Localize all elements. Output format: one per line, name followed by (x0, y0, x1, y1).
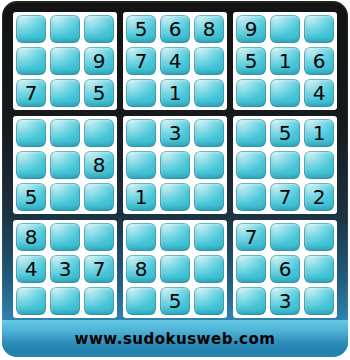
cell-r4c4[interactable] (126, 119, 156, 147)
box-2-2: 31 (123, 116, 227, 214)
cell-r4c1[interactable] (16, 119, 46, 147)
cell-r2c3[interactable]: 9 (84, 47, 114, 75)
cell-r8c6[interactable] (194, 255, 224, 283)
cell-r2c9[interactable]: 6 (304, 47, 334, 75)
cell-r9c9[interactable] (304, 287, 334, 315)
board-frame: 9755687419516485315172843785763 www.sudo… (2, 1, 348, 357)
cell-r1c4[interactable]: 5 (126, 15, 156, 43)
box-3-3: 763 (233, 220, 337, 318)
cell-r2c6[interactable] (194, 47, 224, 75)
footer-band: www.sudokusweb.com (2, 320, 348, 357)
cell-r2c7[interactable]: 5 (236, 47, 266, 75)
cell-r9c3[interactable] (84, 287, 114, 315)
cell-r9c4[interactable] (126, 287, 156, 315)
cell-r2c5[interactable]: 4 (160, 47, 190, 75)
cell-r8c2[interactable]: 3 (50, 255, 80, 283)
cell-r6c4[interactable]: 1 (126, 183, 156, 211)
cell-r6c8[interactable]: 7 (270, 183, 300, 211)
box-1-2: 568741 (123, 12, 227, 110)
cell-r3c5[interactable]: 1 (160, 79, 190, 107)
website-link[interactable]: www.sudokusweb.com (75, 330, 276, 348)
cell-r4c7[interactable] (236, 119, 266, 147)
cell-r6c2[interactable] (50, 183, 80, 211)
cell-r5c6[interactable] (194, 151, 224, 179)
cell-r9c2[interactable] (50, 287, 80, 315)
cell-r1c8[interactable] (270, 15, 300, 43)
cell-r6c5[interactable] (160, 183, 190, 211)
cell-r3c7[interactable] (236, 79, 266, 107)
box-2-1: 85 (13, 116, 117, 214)
cell-r4c2[interactable] (50, 119, 80, 147)
cell-r8c3[interactable]: 7 (84, 255, 114, 283)
cell-r6c9[interactable]: 2 (304, 183, 334, 211)
cell-r5c2[interactable] (50, 151, 80, 179)
cell-r8c5[interactable] (160, 255, 190, 283)
cell-r5c7[interactable] (236, 151, 266, 179)
box-3-2: 85 (123, 220, 227, 318)
cell-r4c9[interactable]: 1 (304, 119, 334, 147)
cell-r3c2[interactable] (50, 79, 80, 107)
cell-r7c5[interactable] (160, 223, 190, 251)
cell-r4c8[interactable]: 5 (270, 119, 300, 147)
cell-r6c3[interactable] (84, 183, 114, 211)
cell-r7c1[interactable]: 8 (16, 223, 46, 251)
sudoku-app: 9755687419516485315172843785763 www.sudo… (0, 0, 350, 360)
cell-r3c1[interactable]: 7 (16, 79, 46, 107)
cell-r5c5[interactable] (160, 151, 190, 179)
cell-r7c7[interactable]: 7 (236, 223, 266, 251)
cell-r7c9[interactable] (304, 223, 334, 251)
cell-r8c1[interactable]: 4 (16, 255, 46, 283)
cell-r6c6[interactable] (194, 183, 224, 211)
cell-r8c7[interactable] (236, 255, 266, 283)
box-1-3: 95164 (233, 12, 337, 110)
cell-r4c6[interactable] (194, 119, 224, 147)
cell-r7c2[interactable] (50, 223, 80, 251)
cell-r3c8[interactable] (270, 79, 300, 107)
cell-r9c5[interactable]: 5 (160, 287, 190, 315)
cell-r6c7[interactable] (236, 183, 266, 211)
cell-r1c9[interactable] (304, 15, 334, 43)
cell-r7c4[interactable] (126, 223, 156, 251)
cell-r5c3[interactable]: 8 (84, 151, 114, 179)
cell-r4c5[interactable]: 3 (160, 119, 190, 147)
cell-r8c9[interactable] (304, 255, 334, 283)
cell-r1c1[interactable] (16, 15, 46, 43)
cell-r9c6[interactable] (194, 287, 224, 315)
cell-r4c3[interactable] (84, 119, 114, 147)
cell-r3c3[interactable]: 5 (84, 79, 114, 107)
cell-r1c2[interactable] (50, 15, 80, 43)
cell-r2c1[interactable] (16, 47, 46, 75)
cell-r7c3[interactable] (84, 223, 114, 251)
cell-r1c3[interactable] (84, 15, 114, 43)
cell-r2c4[interactable]: 7 (126, 47, 156, 75)
cell-r9c8[interactable]: 3 (270, 287, 300, 315)
cell-r8c8[interactable]: 6 (270, 255, 300, 283)
cell-r2c2[interactable] (50, 47, 80, 75)
box-1-1: 975 (13, 12, 117, 110)
cell-r3c4[interactable] (126, 79, 156, 107)
cell-r6c1[interactable]: 5 (16, 183, 46, 211)
cell-r1c6[interactable]: 8 (194, 15, 224, 43)
cell-r5c8[interactable] (270, 151, 300, 179)
cell-r3c9[interactable]: 4 (304, 79, 334, 107)
cell-r5c9[interactable] (304, 151, 334, 179)
cell-r9c7[interactable] (236, 287, 266, 315)
cell-r5c1[interactable] (16, 151, 46, 179)
cell-r7c8[interactable] (270, 223, 300, 251)
box-2-3: 5172 (233, 116, 337, 214)
cell-r2c8[interactable]: 1 (270, 47, 300, 75)
cell-r8c4[interactable]: 8 (126, 255, 156, 283)
cell-r1c5[interactable]: 6 (160, 15, 190, 43)
cell-r7c6[interactable] (194, 223, 224, 251)
cell-r1c7[interactable]: 9 (236, 15, 266, 43)
cell-r9c1[interactable] (16, 287, 46, 315)
box-3-1: 8437 (13, 220, 117, 318)
cell-r5c4[interactable] (126, 151, 156, 179)
cell-r3c6[interactable] (194, 79, 224, 107)
sudoku-board: 9755687419516485315172843785763 (13, 12, 337, 318)
